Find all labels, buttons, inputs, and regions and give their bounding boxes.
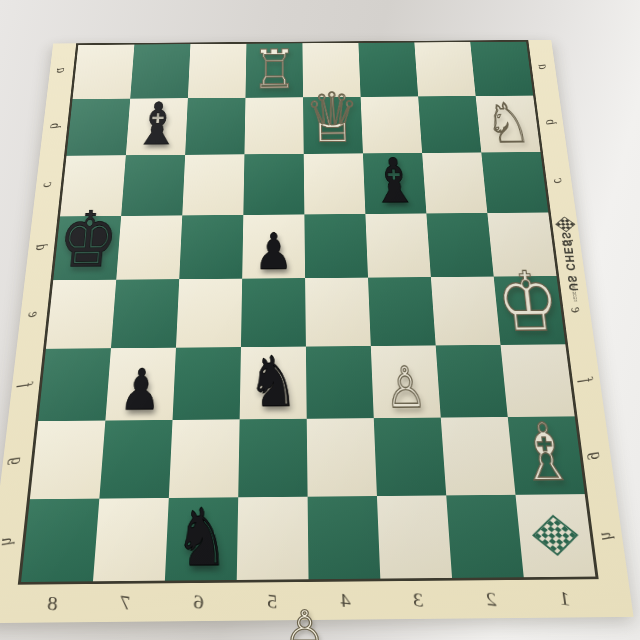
square-d7[interactable] xyxy=(116,215,182,280)
square-h5[interactable] xyxy=(237,496,309,580)
piece-white-knight-b1[interactable]: ♘ xyxy=(483,96,534,151)
rank-label-8: 8 xyxy=(14,584,91,623)
square-e4[interactable] xyxy=(305,278,371,347)
square-f7[interactable]: ♟ xyxy=(105,347,176,420)
square-c1[interactable] xyxy=(481,152,548,213)
rank-label-6: 6 xyxy=(161,583,236,622)
square-a8[interactable] xyxy=(73,45,135,99)
square-c4[interactable] xyxy=(304,153,366,214)
square-e3[interactable] xyxy=(368,277,436,346)
piece-white-rook-a5[interactable]: ♖ xyxy=(252,43,297,97)
square-a3[interactable] xyxy=(358,42,418,96)
square-h7[interactable] xyxy=(93,498,169,582)
square-a1[interactable] xyxy=(470,42,533,96)
square-f6[interactable] xyxy=(173,347,241,420)
square-h6[interactable]: ♞ xyxy=(165,497,238,581)
rank-label-2: 2 xyxy=(454,580,530,619)
square-c5[interactable] xyxy=(243,154,304,215)
us-chess-corner-logo-icon xyxy=(532,515,578,556)
piece-white-bishop-g1[interactable]: ♗ xyxy=(514,413,578,493)
square-d3[interactable] xyxy=(365,213,430,277)
board-grid: ♖♝♕♘♝♚♟♔♟♞♙♗♞ xyxy=(18,40,599,585)
square-a5[interactable]: ♖ xyxy=(245,43,303,97)
square-g6[interactable] xyxy=(169,419,240,497)
square-b4[interactable]: ♕ xyxy=(303,97,363,154)
square-g1[interactable]: ♗ xyxy=(508,416,585,494)
square-e1[interactable]: ♔ xyxy=(494,276,566,344)
square-e8[interactable] xyxy=(46,280,116,349)
square-f8[interactable] xyxy=(38,348,111,421)
square-h2[interactable] xyxy=(446,494,524,578)
square-a2[interactable] xyxy=(414,42,475,96)
square-f3[interactable]: ♙ xyxy=(371,345,441,418)
square-f2[interactable] xyxy=(436,345,508,418)
square-h3[interactable] xyxy=(377,495,452,579)
piece-black-pawn-d5[interactable]: ♟ xyxy=(254,227,293,277)
square-c3[interactable]: ♝ xyxy=(363,153,426,214)
piece-black-knight-f5[interactable]: ♞ xyxy=(248,347,299,417)
square-f4[interactable] xyxy=(306,346,374,419)
square-b5[interactable] xyxy=(244,97,303,154)
square-e5[interactable] xyxy=(241,278,306,347)
piece-black-knight-h6[interactable]: ♞ xyxy=(174,498,230,579)
rank-label-3: 3 xyxy=(381,581,456,620)
chess-board: abcdefgh ♖♝♕♘♝♚♟♔♟♞♙♗♞ abcdefgh 87654321… xyxy=(0,40,634,623)
piece-white-king-e1[interactable]: ♔ xyxy=(493,261,563,343)
square-c6[interactable] xyxy=(182,154,244,215)
square-d6[interactable] xyxy=(179,215,243,280)
square-g2[interactable] xyxy=(441,417,516,495)
piece-black-bishop-b7[interactable]: ♝ xyxy=(132,95,183,154)
square-h8[interactable] xyxy=(21,498,99,582)
square-d5[interactable]: ♟ xyxy=(242,214,305,279)
square-c2[interactable] xyxy=(422,152,487,213)
square-g7[interactable] xyxy=(99,420,172,498)
rank-label-7: 7 xyxy=(88,583,164,622)
square-a6[interactable] xyxy=(188,44,247,98)
captured-white-pawn: ♙ xyxy=(284,604,325,640)
square-h1[interactable] xyxy=(515,494,595,577)
square-c7[interactable] xyxy=(121,155,185,216)
square-d2[interactable] xyxy=(426,213,493,277)
square-g4[interactable] xyxy=(307,418,377,496)
piece-black-pawn-f7[interactable]: ♟ xyxy=(118,362,162,419)
square-d8[interactable]: ♚ xyxy=(53,216,121,281)
square-h4[interactable] xyxy=(308,496,381,580)
square-g3[interactable] xyxy=(374,418,446,496)
piece-black-king-d8[interactable]: ♚ xyxy=(55,201,121,279)
square-e6[interactable] xyxy=(176,279,242,348)
square-b8[interactable] xyxy=(67,98,131,155)
piece-black-bishop-c3[interactable]: ♝ xyxy=(368,150,420,212)
square-b1[interactable]: ♘ xyxy=(476,95,541,152)
square-g8[interactable] xyxy=(30,421,105,499)
piece-white-pawn-f3[interactable]: ♙ xyxy=(384,360,428,417)
piece-white-queen-b4[interactable]: ♕ xyxy=(304,84,362,153)
square-d4[interactable] xyxy=(304,214,368,278)
square-b7[interactable]: ♝ xyxy=(126,98,188,155)
square-b6[interactable] xyxy=(185,97,245,154)
rank-label-1: 1 xyxy=(526,579,603,618)
square-e7[interactable] xyxy=(111,279,179,348)
square-b2[interactable] xyxy=(418,96,481,153)
square-e2[interactable] xyxy=(431,277,501,346)
us-chess-diamond-icon xyxy=(555,217,575,233)
square-f5[interactable]: ♞ xyxy=(240,346,307,419)
square-g5[interactable] xyxy=(238,419,307,497)
